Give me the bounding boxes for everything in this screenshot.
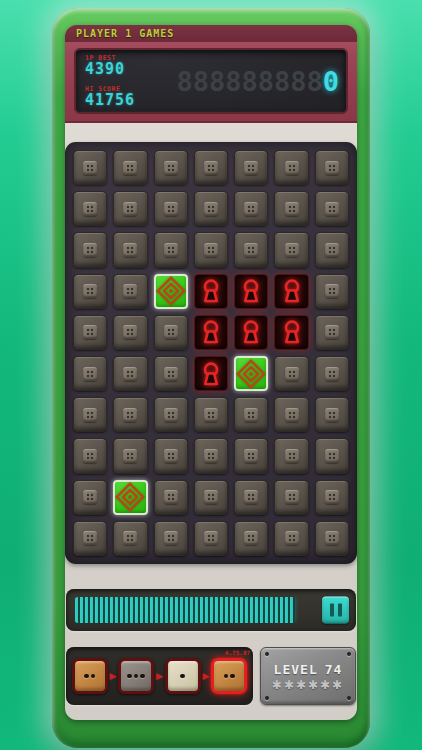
score-display: 8888888880: [171, 50, 346, 112]
board-panel: [65, 142, 357, 564]
idle-button: [274, 438, 308, 473]
pause-icon: [330, 604, 334, 617]
hiscore-value: 41756: [85, 93, 171, 108]
grid-cell-r4c1[interactable]: [70, 271, 110, 312]
idle-button: [154, 232, 188, 267]
pause-button[interactable]: [322, 597, 349, 624]
green-diamond-button: [154, 274, 188, 309]
grid-cell-r1c4[interactable]: [191, 147, 231, 188]
button-dot: [180, 674, 185, 679]
idle-button: [315, 315, 349, 350]
grid-cell-r7c3[interactable]: [151, 394, 191, 435]
grid-cell-r4c4[interactable]: [191, 271, 231, 312]
timer-track: [75, 597, 312, 623]
cream-button-icon: [165, 658, 201, 694]
idle-button: [315, 356, 349, 391]
grid-cell-r1c5[interactable]: [231, 147, 271, 188]
sequence-step-4-current: 4.75.07: [211, 658, 247, 694]
idle-button: [234, 480, 268, 515]
idle-button: [73, 150, 107, 185]
idle-button: [73, 315, 107, 350]
idle-button: [113, 274, 147, 309]
idle-button: [113, 521, 147, 556]
idle-button: [154, 315, 188, 350]
grid-cell-r9c6[interactable]: [271, 477, 311, 518]
idle-button: [154, 397, 188, 432]
level-stars: ✱✱✱✱✱✱: [272, 679, 344, 691]
button-dot: [127, 674, 132, 679]
idle-button: [315, 150, 349, 185]
idle-button: [234, 397, 268, 432]
step-badge: 4.75.07: [225, 649, 250, 656]
grid-cell-r2c1[interactable]: [70, 188, 110, 229]
grid-cell-r8c1[interactable]: [70, 435, 110, 476]
green-diamond-button: [234, 356, 268, 391]
grid-cell-r8c3[interactable]: [151, 435, 191, 476]
red-keyhole-button: [234, 315, 268, 350]
grid-cell-r8c5[interactable]: [231, 435, 271, 476]
grid-cell-r5c4[interactable]: [191, 312, 231, 353]
grid-cell-r8c4[interactable]: [191, 435, 231, 476]
grid-cell-r6c1[interactable]: [70, 353, 110, 394]
grid-cell-r3c1[interactable]: [70, 229, 110, 270]
idle-button: [113, 150, 147, 185]
grid-cell-r7c1[interactable]: [70, 394, 110, 435]
grid-cell-r7c5[interactable]: [231, 394, 271, 435]
idle-button: [315, 191, 349, 226]
button-dot: [230, 674, 235, 679]
idle-button: [274, 480, 308, 515]
idle-button: [113, 315, 147, 350]
handheld-device: PLAYER 1 GAMES 1P BEST 4390 HI SCORE 417…: [52, 8, 370, 748]
idle-button: [194, 521, 228, 556]
pause-icon: [338, 604, 342, 617]
grid-cell-r10c1[interactable]: [70, 518, 110, 559]
idle-button: [73, 274, 107, 309]
grid-cell-r3c3[interactable]: [151, 229, 191, 270]
idle-button: [234, 438, 268, 473]
idle-button: [154, 191, 188, 226]
grid-cell-r4c7[interactable]: [312, 271, 352, 312]
keyhole-icon: [236, 276, 266, 306]
grid-cell-r6c5[interactable]: [231, 353, 271, 394]
idle-button: [113, 356, 147, 391]
app-background: { "game": "Player 1 Games - electronic b…: [0, 0, 422, 750]
idle-button: [154, 438, 188, 473]
idle-button: [73, 480, 107, 515]
keyhole-icon: [236, 317, 266, 347]
grid-cell-r6c6[interactable]: [271, 353, 311, 394]
red-keyhole-button: [234, 274, 268, 309]
grid-cell-r9c1[interactable]: [70, 477, 110, 518]
page-title: PLAYER 1 GAMES: [76, 28, 174, 39]
button-dot: [140, 674, 145, 679]
arrow-right-icon: ▶: [110, 672, 117, 681]
score-header: PLAYER 1 GAMES 1P BEST 4390 HI SCORE 417…: [65, 25, 357, 123]
idle-button: [113, 438, 147, 473]
idle-button: [274, 397, 308, 432]
arrow-right-icon: ▶: [156, 672, 163, 681]
timer-bar: [66, 589, 356, 631]
grid-cell-r10c6[interactable]: [271, 518, 311, 559]
idle-button: [113, 397, 147, 432]
grid-cell-r9c3[interactable]: [151, 477, 191, 518]
diamond-icon: [115, 482, 145, 512]
orange-button-icon: [72, 658, 108, 694]
best-stat: 1P BEST 4390: [85, 55, 171, 77]
diamond-icon: [236, 359, 266, 389]
idle-button: [274, 191, 308, 226]
idle-button: [73, 521, 107, 556]
idle-button: [154, 150, 188, 185]
idle-button: [315, 438, 349, 473]
grid-cell-r7c2[interactable]: [110, 394, 150, 435]
level-value: 74: [325, 662, 343, 677]
grid-cell-r9c2[interactable]: [110, 477, 150, 518]
grid-cell-r2c7[interactable]: [312, 188, 352, 229]
button-dot: [91, 674, 96, 679]
grid-cell-r3c7[interactable]: [312, 229, 352, 270]
idle-button: [73, 438, 107, 473]
idle-button: [194, 150, 228, 185]
idle-button: [274, 356, 308, 391]
grid-cell-r7c4[interactable]: [191, 394, 231, 435]
grid-cell-r9c7[interactable]: [312, 477, 352, 518]
red-keyhole-button: [194, 274, 228, 309]
idle-button: [315, 521, 349, 556]
keyhole-icon: [196, 276, 226, 306]
grid-cell-r2c2[interactable]: [110, 188, 150, 229]
grid-cell-r1c6[interactable]: [271, 147, 311, 188]
hiscore-stat: HI SCORE 41756: [85, 86, 171, 108]
idle-button: [113, 191, 147, 226]
grid-cell-r1c7[interactable]: [312, 147, 352, 188]
keyhole-icon: [196, 317, 226, 347]
diamond-icon: [156, 276, 186, 306]
grid-cell-r6c2[interactable]: [110, 353, 150, 394]
grid-cell-r2c6[interactable]: [271, 188, 311, 229]
grid-cell-r4c5[interactable]: [231, 271, 271, 312]
idle-button: [73, 232, 107, 267]
sequence-step-1: [72, 658, 108, 694]
idle-button: [315, 232, 349, 267]
screw-icon: [347, 696, 351, 700]
grid-cell-r6c4[interactable]: [191, 353, 231, 394]
grid-cell-r7c6[interactable]: [271, 394, 311, 435]
idle-button: [234, 150, 268, 185]
idle-button: [274, 521, 308, 556]
grid-cell-r3c6[interactable]: [271, 229, 311, 270]
red-keyhole-button: [194, 356, 228, 391]
red-keyhole-button: [194, 315, 228, 350]
progress-fill: [75, 597, 295, 623]
device-screen-area: PLAYER 1 GAMES 1P BEST 4390 HI SCORE 417…: [65, 25, 357, 720]
green-diamond-button: [113, 480, 147, 515]
idle-button: [154, 480, 188, 515]
lcd-stats: 1P BEST 4390 HI SCORE 41756: [76, 50, 171, 112]
score-current: 0: [323, 66, 339, 97]
idle-button: [234, 191, 268, 226]
grid-cell-r1c2[interactable]: [110, 147, 150, 188]
idle-button: [113, 232, 147, 267]
device-body: ▶▶▶4.75.07 LEVEL74 ✱✱✱✱✱✱: [65, 123, 357, 720]
idle-button: [315, 397, 349, 432]
idle-button: [194, 438, 228, 473]
grid-cell-r10c3[interactable]: [151, 518, 191, 559]
screw-icon: [347, 652, 351, 656]
idle-button: [194, 480, 228, 515]
grid-cell-r5c7[interactable]: [312, 312, 352, 353]
grid-cell-r6c7[interactable]: [312, 353, 352, 394]
grid-cell-r8c2[interactable]: [110, 435, 150, 476]
grid-cell-r2c3[interactable]: [151, 188, 191, 229]
grid-cell-r4c2[interactable]: [110, 271, 150, 312]
idle-button: [315, 480, 349, 515]
gray-button-icon: [118, 658, 154, 694]
screw-icon: [265, 696, 269, 700]
grid-cell-r2c5[interactable]: [231, 188, 271, 229]
best-value: 4390: [85, 62, 171, 77]
grid-cell-r9c4[interactable]: [191, 477, 231, 518]
button-dot: [134, 674, 139, 679]
grid-cell-r4c3[interactable]: [151, 271, 191, 312]
grid-cell-r4c6[interactable]: [271, 271, 311, 312]
grid-cell-r8c7[interactable]: [312, 435, 352, 476]
orange-button-icon: [211, 658, 247, 694]
grid-cell-r3c2[interactable]: [110, 229, 150, 270]
idle-button: [194, 232, 228, 267]
button-dot: [224, 674, 229, 679]
grid-cell-r10c7[interactable]: [312, 518, 352, 559]
lcd-display: 1P BEST 4390 HI SCORE 41756 8888888880: [74, 48, 348, 114]
idle-button: [315, 274, 349, 309]
sequence-step-2: [118, 658, 154, 694]
idle-button: [73, 356, 107, 391]
bottom-row: ▶▶▶4.75.07 LEVEL74 ✱✱✱✱✱✱: [66, 647, 356, 705]
level-text: LEVEL74: [274, 662, 343, 677]
grid-cell-r1c3[interactable]: [151, 147, 191, 188]
score-ghost-segments: 888888888: [176, 66, 322, 97]
grid-cell-r2c4[interactable]: [191, 188, 231, 229]
grid-cell-r5c5[interactable]: [231, 312, 271, 353]
idle-button: [234, 521, 268, 556]
grid-cell-r5c3[interactable]: [151, 312, 191, 353]
idle-button: [73, 191, 107, 226]
grid-cell-r10c4[interactable]: [191, 518, 231, 559]
grid-cell-r10c2[interactable]: [110, 518, 150, 559]
idle-button: [274, 232, 308, 267]
level-label: LEVEL: [274, 662, 318, 677]
keyhole-icon: [277, 317, 307, 347]
button-grid: [70, 147, 352, 559]
sequence-step-3: [165, 658, 201, 694]
grid-cell-r5c6[interactable]: [271, 312, 311, 353]
grid-cell-r5c2[interactable]: [110, 312, 150, 353]
grid-cell-r1c1[interactable]: [70, 147, 110, 188]
grid-cell-r9c5[interactable]: [231, 477, 271, 518]
idle-button: [234, 232, 268, 267]
red-keyhole-button: [274, 315, 308, 350]
arrow-right-icon: ▶: [202, 672, 209, 681]
keyhole-icon: [196, 359, 226, 389]
idle-button: [154, 356, 188, 391]
title-bar: PLAYER 1 GAMES: [65, 25, 357, 42]
grid-cell-r10c5[interactable]: [231, 518, 271, 559]
grid-cell-r5c1[interactable]: [70, 312, 110, 353]
red-keyhole-button: [274, 274, 308, 309]
idle-button: [194, 397, 228, 432]
button-dot: [84, 674, 89, 679]
idle-button: [274, 150, 308, 185]
screw-icon: [265, 652, 269, 656]
grid-cell-r3c4[interactable]: [191, 229, 231, 270]
sequence-panel: ▶▶▶4.75.07: [66, 647, 253, 705]
grid-cell-r7c7[interactable]: [312, 394, 352, 435]
idle-button: [194, 191, 228, 226]
grid-cell-r6c3[interactable]: [151, 353, 191, 394]
grid-cell-r3c5[interactable]: [231, 229, 271, 270]
keyhole-icon: [277, 276, 307, 306]
idle-button: [154, 521, 188, 556]
idle-button: [73, 397, 107, 432]
grid-cell-r8c6[interactable]: [271, 435, 311, 476]
level-plate: LEVEL74 ✱✱✱✱✱✱: [260, 647, 356, 705]
